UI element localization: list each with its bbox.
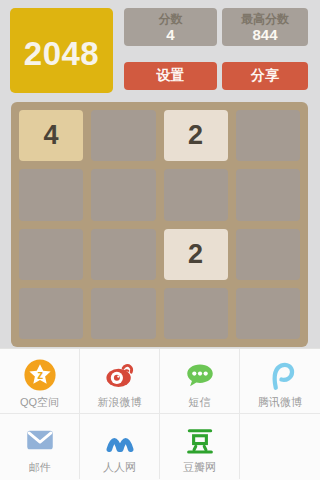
sina-weibo-icon [103,358,137,392]
score-box: 分数 4 [124,8,217,46]
empty-cell [19,229,83,280]
share-item-label: 腾讯微博 [258,395,302,410]
share-item-renren[interactable]: 人人网 [80,414,160,479]
renren-icon [103,423,137,457]
best-score-box: 最高分数 844 [222,8,308,46]
share-item-mail[interactable]: 邮件 [0,414,80,479]
score-label: 分数 [159,12,183,26]
game-logo: 2048 [10,8,113,93]
share-item-qzone[interactable]: zQQ空间 [0,349,80,414]
empty-cell [19,288,83,339]
share-item-douban[interactable]: 豆瓣网 [160,414,240,479]
empty-cell [236,288,300,339]
empty-cell [164,169,228,220]
share-item-tencent-weibo[interactable]: 腾讯微博 [240,349,320,414]
share-item-sina-weibo[interactable]: 新浪微博 [80,349,160,414]
tile-4: 4 [19,110,83,161]
empty-cell [91,110,155,161]
score-value: 4 [166,26,174,43]
share-item-label: 豆瓣网 [183,460,216,475]
share-item-label: 新浪微博 [98,395,142,410]
qzone-icon: z [23,358,57,392]
share-item-label: 邮件 [29,460,51,475]
share-item-sms[interactable]: 短信 [160,349,240,414]
share-item-label: 人人网 [103,460,136,475]
best-score-label: 最高分数 [241,12,289,26]
mail-icon [23,423,57,457]
empty-cell [91,288,155,339]
empty-cell [19,169,83,220]
douban-icon [183,423,217,457]
share-panel: zQQ空间新浪微博短信腾讯微博邮件人人网豆瓣网 [0,348,320,480]
empty-cell [91,169,155,220]
share-item-label: QQ空间 [20,395,59,410]
empty-cell [236,229,300,280]
empty-cell [164,288,228,339]
empty-cell [236,110,300,161]
share-item-label: 短信 [189,395,211,410]
empty-cell [236,169,300,220]
empty-cell [91,229,155,280]
settings-button[interactable]: 设置 [124,62,217,90]
game-board[interactable]: 422 [11,102,308,347]
svg-text:z: z [37,368,43,382]
tencent-weibo-icon [263,358,297,392]
tile-2: 2 [164,229,228,280]
best-score-value: 844 [252,26,277,43]
tile-2: 2 [164,110,228,161]
sms-icon [183,358,217,392]
share-button[interactable]: 分享 [222,62,308,90]
share-empty-cell [240,414,320,479]
